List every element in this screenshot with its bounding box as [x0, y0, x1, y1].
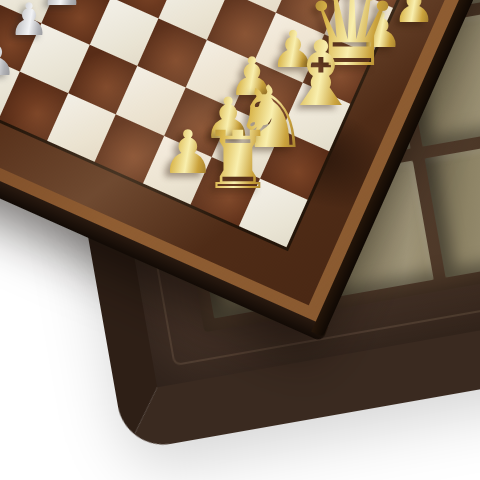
- compartment-cell: [425, 140, 480, 277]
- chess-set-photo: ♟♜♟♞♟♟♝♛♟♟♟♟♟: [0, 0, 480, 480]
- gold-rook[interactable]: ♜: [198, 121, 278, 201]
- silver-pawn[interactable]: ♟: [0, 31, 20, 83]
